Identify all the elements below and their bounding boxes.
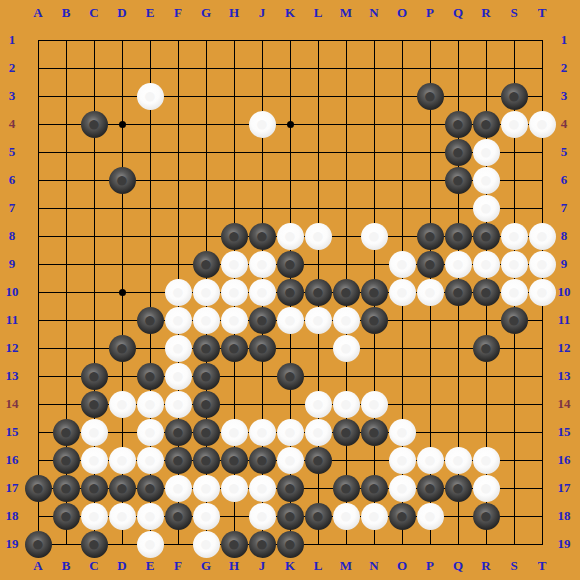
intersection-G13[interactable]: ● [192, 362, 220, 390]
intersection-H5[interactable] [220, 138, 248, 166]
intersection-K1[interactable] [276, 26, 304, 54]
intersection-M7[interactable] [332, 194, 360, 222]
intersection-T9[interactable]: ● [528, 250, 556, 278]
intersection-O1[interactable] [388, 26, 416, 54]
intersection-O13[interactable] [388, 362, 416, 390]
intersection-C17[interactable]: ● [80, 474, 108, 502]
intersection-E17[interactable]: ● [136, 474, 164, 502]
intersection-G12[interactable]: ● [192, 334, 220, 362]
intersection-P5[interactable] [416, 138, 444, 166]
intersection-F13[interactable]: ● [164, 362, 192, 390]
intersection-K19[interactable]: ● [276, 530, 304, 558]
intersection-N1[interactable] [360, 26, 388, 54]
intersection-O5[interactable] [388, 138, 416, 166]
intersection-B13[interactable] [52, 362, 80, 390]
intersection-P6[interactable] [416, 166, 444, 194]
intersection-F7[interactable] [164, 194, 192, 222]
intersection-R1[interactable] [472, 26, 500, 54]
intersection-T12[interactable] [528, 334, 556, 362]
intersection-N8[interactable]: ● [360, 222, 388, 250]
intersection-J10[interactable]: ● [248, 278, 276, 306]
intersection-K15[interactable]: ● [276, 418, 304, 446]
intersection-P7[interactable] [416, 194, 444, 222]
intersection-O18[interactable]: ● [388, 502, 416, 530]
intersection-D10[interactable] [108, 278, 136, 306]
intersection-B3[interactable] [52, 82, 80, 110]
intersection-A19[interactable]: ● [24, 530, 52, 558]
intersection-T18[interactable] [528, 502, 556, 530]
intersection-T15[interactable] [528, 418, 556, 446]
intersection-L1[interactable] [304, 26, 332, 54]
intersection-K13[interactable]: ● [276, 362, 304, 390]
intersection-O2[interactable] [388, 54, 416, 82]
intersection-C5[interactable] [80, 138, 108, 166]
intersection-Q8[interactable]: ● [444, 222, 472, 250]
intersection-K12[interactable] [276, 334, 304, 362]
intersection-A9[interactable] [24, 250, 52, 278]
intersection-J19[interactable]: ● [248, 530, 276, 558]
intersection-F17[interactable]: ● [164, 474, 192, 502]
intersection-N16[interactable] [360, 446, 388, 474]
intersection-C14[interactable]: ● [80, 390, 108, 418]
intersection-S10[interactable]: ● [500, 278, 528, 306]
intersection-B16[interactable]: ● [52, 446, 80, 474]
intersection-M11[interactable]: ● [332, 306, 360, 334]
intersection-M5[interactable] [332, 138, 360, 166]
intersection-S12[interactable] [500, 334, 528, 362]
intersection-T7[interactable] [528, 194, 556, 222]
intersection-G7[interactable] [192, 194, 220, 222]
intersection-N5[interactable] [360, 138, 388, 166]
intersection-S4[interactable]: ● [500, 110, 528, 138]
intersection-R10[interactable]: ● [472, 278, 500, 306]
intersection-S18[interactable] [500, 502, 528, 530]
intersection-D17[interactable]: ● [108, 474, 136, 502]
intersection-N7[interactable] [360, 194, 388, 222]
intersection-H16[interactable]: ● [220, 446, 248, 474]
intersection-R4[interactable]: ● [472, 110, 500, 138]
intersection-Q16[interactable]: ● [444, 446, 472, 474]
intersection-T11[interactable] [528, 306, 556, 334]
intersection-K7[interactable] [276, 194, 304, 222]
intersection-H12[interactable]: ● [220, 334, 248, 362]
intersection-R7[interactable]: ● [472, 194, 500, 222]
intersection-P13[interactable] [416, 362, 444, 390]
intersection-J12[interactable]: ● [248, 334, 276, 362]
intersection-R12[interactable]: ● [472, 334, 500, 362]
intersection-B19[interactable] [52, 530, 80, 558]
intersection-H11[interactable]: ● [220, 306, 248, 334]
intersection-Q14[interactable] [444, 390, 472, 418]
intersection-O4[interactable] [388, 110, 416, 138]
intersection-S7[interactable] [500, 194, 528, 222]
intersection-J1[interactable] [248, 26, 276, 54]
intersection-D8[interactable] [108, 222, 136, 250]
intersection-M17[interactable]: ● [332, 474, 360, 502]
intersection-E19[interactable]: ● [136, 530, 164, 558]
intersection-S9[interactable]: ● [500, 250, 528, 278]
intersection-K9[interactable]: ● [276, 250, 304, 278]
intersection-N19[interactable] [360, 530, 388, 558]
intersection-S3[interactable]: ● [500, 82, 528, 110]
intersection-B17[interactable]: ● [52, 474, 80, 502]
intersection-J18[interactable]: ● [248, 502, 276, 530]
intersection-C11[interactable] [80, 306, 108, 334]
intersection-E5[interactable] [136, 138, 164, 166]
intersection-O10[interactable]: ● [388, 278, 416, 306]
intersection-K11[interactable]: ● [276, 306, 304, 334]
intersection-R3[interactable] [472, 82, 500, 110]
intersection-E9[interactable] [136, 250, 164, 278]
intersection-P18[interactable]: ● [416, 502, 444, 530]
intersection-C12[interactable] [80, 334, 108, 362]
intersection-K3[interactable] [276, 82, 304, 110]
intersection-Q17[interactable]: ● [444, 474, 472, 502]
intersection-H15[interactable]: ● [220, 418, 248, 446]
intersection-A3[interactable] [24, 82, 52, 110]
intersection-D18[interactable]: ● [108, 502, 136, 530]
intersection-C7[interactable] [80, 194, 108, 222]
intersection-D12[interactable]: ● [108, 334, 136, 362]
intersection-H17[interactable]: ● [220, 474, 248, 502]
intersection-L16[interactable]: ● [304, 446, 332, 474]
intersection-P8[interactable]: ● [416, 222, 444, 250]
intersection-B9[interactable] [52, 250, 80, 278]
intersection-R9[interactable]: ● [472, 250, 500, 278]
intersection-O19[interactable] [388, 530, 416, 558]
intersection-A7[interactable] [24, 194, 52, 222]
intersection-K5[interactable] [276, 138, 304, 166]
intersection-K14[interactable] [276, 390, 304, 418]
intersection-M13[interactable] [332, 362, 360, 390]
intersection-C10[interactable] [80, 278, 108, 306]
intersection-M19[interactable] [332, 530, 360, 558]
intersection-L13[interactable] [304, 362, 332, 390]
intersection-G3[interactable] [192, 82, 220, 110]
intersection-M18[interactable]: ● [332, 502, 360, 530]
intersection-S5[interactable] [500, 138, 528, 166]
intersection-T17[interactable] [528, 474, 556, 502]
intersection-N18[interactable]: ● [360, 502, 388, 530]
intersection-P9[interactable]: ● [416, 250, 444, 278]
intersection-J4[interactable]: ● [248, 110, 276, 138]
intersection-F16[interactable]: ● [164, 446, 192, 474]
intersection-T2[interactable] [528, 54, 556, 82]
intersection-O3[interactable] [388, 82, 416, 110]
intersection-E16[interactable]: ● [136, 446, 164, 474]
intersection-P4[interactable] [416, 110, 444, 138]
intersection-O17[interactable]: ● [388, 474, 416, 502]
intersection-E12[interactable] [136, 334, 164, 362]
intersection-R15[interactable] [472, 418, 500, 446]
intersection-D15[interactable] [108, 418, 136, 446]
intersection-C13[interactable]: ● [80, 362, 108, 390]
intersection-P19[interactable] [416, 530, 444, 558]
intersection-G1[interactable] [192, 26, 220, 54]
intersection-P1[interactable] [416, 26, 444, 54]
intersection-N2[interactable] [360, 54, 388, 82]
intersection-N4[interactable] [360, 110, 388, 138]
intersection-E1[interactable] [136, 26, 164, 54]
intersection-P15[interactable] [416, 418, 444, 446]
intersection-F10[interactable]: ● [164, 278, 192, 306]
intersection-D7[interactable] [108, 194, 136, 222]
intersection-L10[interactable]: ● [304, 278, 332, 306]
intersection-C16[interactable]: ● [80, 446, 108, 474]
intersection-A18[interactable] [24, 502, 52, 530]
intersection-J9[interactable]: ● [248, 250, 276, 278]
intersection-J15[interactable]: ● [248, 418, 276, 446]
intersection-M12[interactable]: ● [332, 334, 360, 362]
intersection-P11[interactable] [416, 306, 444, 334]
intersection-Q5[interactable]: ● [444, 138, 472, 166]
intersection-H4[interactable] [220, 110, 248, 138]
intersection-F5[interactable] [164, 138, 192, 166]
intersection-Q7[interactable] [444, 194, 472, 222]
intersection-G10[interactable]: ● [192, 278, 220, 306]
intersection-F18[interactable]: ● [164, 502, 192, 530]
intersection-G8[interactable] [192, 222, 220, 250]
intersection-J2[interactable] [248, 54, 276, 82]
intersection-O6[interactable] [388, 166, 416, 194]
intersection-E14[interactable]: ● [136, 390, 164, 418]
intersection-E11[interactable]: ● [136, 306, 164, 334]
intersection-R11[interactable] [472, 306, 500, 334]
intersection-L6[interactable] [304, 166, 332, 194]
intersection-L8[interactable]: ● [304, 222, 332, 250]
intersection-A13[interactable] [24, 362, 52, 390]
intersection-F4[interactable] [164, 110, 192, 138]
intersection-G2[interactable] [192, 54, 220, 82]
intersection-N9[interactable] [360, 250, 388, 278]
intersection-T13[interactable] [528, 362, 556, 390]
intersection-F19[interactable] [164, 530, 192, 558]
intersection-K18[interactable]: ● [276, 502, 304, 530]
intersection-C4[interactable]: ● [80, 110, 108, 138]
intersection-D6[interactable]: ● [108, 166, 136, 194]
intersection-P10[interactable]: ● [416, 278, 444, 306]
intersection-O8[interactable] [388, 222, 416, 250]
intersection-C3[interactable] [80, 82, 108, 110]
intersection-F12[interactable]: ● [164, 334, 192, 362]
intersection-G17[interactable]: ● [192, 474, 220, 502]
intersection-L17[interactable] [304, 474, 332, 502]
intersection-K10[interactable]: ● [276, 278, 304, 306]
intersection-L2[interactable] [304, 54, 332, 82]
intersection-G18[interactable]: ● [192, 502, 220, 530]
intersection-S8[interactable]: ● [500, 222, 528, 250]
intersection-B7[interactable] [52, 194, 80, 222]
intersection-L12[interactable] [304, 334, 332, 362]
intersection-S13[interactable] [500, 362, 528, 390]
intersection-M2[interactable] [332, 54, 360, 82]
intersection-Q10[interactable]: ● [444, 278, 472, 306]
intersection-N6[interactable] [360, 166, 388, 194]
intersection-R5[interactable]: ● [472, 138, 500, 166]
intersection-E6[interactable] [136, 166, 164, 194]
intersection-F1[interactable] [164, 26, 192, 54]
intersection-B6[interactable] [52, 166, 80, 194]
intersection-R2[interactable] [472, 54, 500, 82]
intersection-Q13[interactable] [444, 362, 472, 390]
intersection-P12[interactable] [416, 334, 444, 362]
intersection-R6[interactable]: ● [472, 166, 500, 194]
intersection-N17[interactable]: ● [360, 474, 388, 502]
intersection-A15[interactable] [24, 418, 52, 446]
intersection-B11[interactable] [52, 306, 80, 334]
intersection-L11[interactable]: ● [304, 306, 332, 334]
intersection-O14[interactable] [388, 390, 416, 418]
intersection-F8[interactable] [164, 222, 192, 250]
intersection-D4[interactable] [108, 110, 136, 138]
intersection-S16[interactable] [500, 446, 528, 474]
intersection-A1[interactable] [24, 26, 52, 54]
intersection-S6[interactable] [500, 166, 528, 194]
intersection-D5[interactable] [108, 138, 136, 166]
intersection-M6[interactable] [332, 166, 360, 194]
intersection-T5[interactable] [528, 138, 556, 166]
intersection-L5[interactable] [304, 138, 332, 166]
intersection-S1[interactable] [500, 26, 528, 54]
intersection-T10[interactable]: ● [528, 278, 556, 306]
intersection-T19[interactable] [528, 530, 556, 558]
intersection-J3[interactable] [248, 82, 276, 110]
intersection-H9[interactable]: ● [220, 250, 248, 278]
intersection-C1[interactable] [80, 26, 108, 54]
intersection-C6[interactable] [80, 166, 108, 194]
intersection-E10[interactable] [136, 278, 164, 306]
intersection-P16[interactable]: ● [416, 446, 444, 474]
intersection-O9[interactable]: ● [388, 250, 416, 278]
intersection-P2[interactable] [416, 54, 444, 82]
intersection-R18[interactable]: ● [472, 502, 500, 530]
intersection-O15[interactable]: ● [388, 418, 416, 446]
intersection-B8[interactable] [52, 222, 80, 250]
intersection-C9[interactable] [80, 250, 108, 278]
intersection-G14[interactable]: ● [192, 390, 220, 418]
intersection-T8[interactable]: ● [528, 222, 556, 250]
intersection-O7[interactable] [388, 194, 416, 222]
intersection-K16[interactable]: ● [276, 446, 304, 474]
intersection-B10[interactable] [52, 278, 80, 306]
intersection-E13[interactable]: ● [136, 362, 164, 390]
intersection-P17[interactable]: ● [416, 474, 444, 502]
intersection-G15[interactable]: ● [192, 418, 220, 446]
intersection-G9[interactable]: ● [192, 250, 220, 278]
intersection-N12[interactable] [360, 334, 388, 362]
intersection-T6[interactable] [528, 166, 556, 194]
intersection-C2[interactable] [80, 54, 108, 82]
intersection-G19[interactable]: ● [192, 530, 220, 558]
intersection-H7[interactable] [220, 194, 248, 222]
intersection-M4[interactable] [332, 110, 360, 138]
intersection-Q6[interactable]: ● [444, 166, 472, 194]
intersection-Q11[interactable] [444, 306, 472, 334]
intersection-L9[interactable] [304, 250, 332, 278]
intersection-H14[interactable] [220, 390, 248, 418]
intersection-H13[interactable] [220, 362, 248, 390]
intersection-J17[interactable]: ● [248, 474, 276, 502]
intersection-Q12[interactable] [444, 334, 472, 362]
intersection-D2[interactable] [108, 54, 136, 82]
intersection-D11[interactable] [108, 306, 136, 334]
intersection-G11[interactable]: ● [192, 306, 220, 334]
intersection-H1[interactable] [220, 26, 248, 54]
intersection-J16[interactable]: ● [248, 446, 276, 474]
intersection-R17[interactable]: ● [472, 474, 500, 502]
intersection-Q4[interactable]: ● [444, 110, 472, 138]
intersection-J7[interactable] [248, 194, 276, 222]
intersection-L4[interactable] [304, 110, 332, 138]
intersection-K8[interactable]: ● [276, 222, 304, 250]
intersection-T4[interactable]: ● [528, 110, 556, 138]
intersection-M10[interactable]: ● [332, 278, 360, 306]
intersection-N11[interactable]: ● [360, 306, 388, 334]
intersection-P3[interactable]: ● [416, 82, 444, 110]
intersection-J13[interactable] [248, 362, 276, 390]
intersection-S2[interactable] [500, 54, 528, 82]
intersection-G6[interactable] [192, 166, 220, 194]
intersection-L14[interactable]: ● [304, 390, 332, 418]
intersection-O12[interactable] [388, 334, 416, 362]
intersection-T1[interactable] [528, 26, 556, 54]
intersection-H10[interactable]: ● [220, 278, 248, 306]
intersection-F9[interactable] [164, 250, 192, 278]
intersection-C18[interactable]: ● [80, 502, 108, 530]
intersection-D1[interactable] [108, 26, 136, 54]
intersection-M3[interactable] [332, 82, 360, 110]
intersection-C19[interactable]: ● [80, 530, 108, 558]
intersection-A4[interactable] [24, 110, 52, 138]
intersection-N3[interactable] [360, 82, 388, 110]
intersection-K4[interactable] [276, 110, 304, 138]
intersection-S11[interactable]: ● [500, 306, 528, 334]
intersection-P14[interactable] [416, 390, 444, 418]
intersection-Q9[interactable]: ● [444, 250, 472, 278]
intersection-F2[interactable] [164, 54, 192, 82]
intersection-J8[interactable]: ● [248, 222, 276, 250]
intersection-E8[interactable] [136, 222, 164, 250]
intersection-A17[interactable]: ● [24, 474, 52, 502]
intersection-T3[interactable] [528, 82, 556, 110]
intersection-H2[interactable] [220, 54, 248, 82]
intersection-O11[interactable] [388, 306, 416, 334]
intersection-C8[interactable] [80, 222, 108, 250]
intersection-S19[interactable] [500, 530, 528, 558]
intersection-D9[interactable] [108, 250, 136, 278]
intersection-M16[interactable] [332, 446, 360, 474]
intersection-F3[interactable] [164, 82, 192, 110]
intersection-D13[interactable] [108, 362, 136, 390]
intersection-A6[interactable] [24, 166, 52, 194]
intersection-J11[interactable]: ● [248, 306, 276, 334]
intersection-S15[interactable] [500, 418, 528, 446]
intersection-H18[interactable] [220, 502, 248, 530]
intersection-D14[interactable]: ● [108, 390, 136, 418]
intersection-A16[interactable] [24, 446, 52, 474]
intersection-A2[interactable] [24, 54, 52, 82]
intersection-E15[interactable]: ● [136, 418, 164, 446]
intersection-K6[interactable] [276, 166, 304, 194]
intersection-F6[interactable] [164, 166, 192, 194]
intersection-M8[interactable] [332, 222, 360, 250]
intersection-E2[interactable] [136, 54, 164, 82]
intersection-M14[interactable]: ● [332, 390, 360, 418]
intersection-F14[interactable]: ● [164, 390, 192, 418]
intersection-L7[interactable] [304, 194, 332, 222]
intersection-E4[interactable] [136, 110, 164, 138]
intersection-K2[interactable] [276, 54, 304, 82]
